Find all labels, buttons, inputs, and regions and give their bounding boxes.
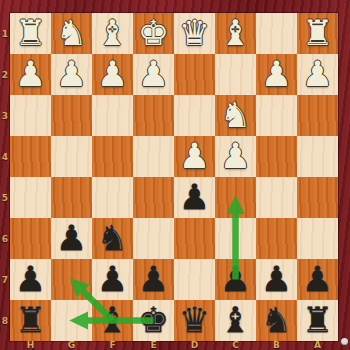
square-h5[interactable] bbox=[10, 177, 51, 218]
square-e1[interactable]: ♚ bbox=[133, 13, 174, 54]
piece-black-rook[interactable]: ♜ bbox=[15, 300, 46, 341]
file-label-f: F bbox=[109, 340, 115, 350]
square-g4[interactable] bbox=[51, 136, 92, 177]
file-label-a: A bbox=[314, 340, 321, 350]
square-e3[interactable] bbox=[133, 95, 174, 136]
file-label-h: H bbox=[27, 340, 35, 350]
square-c1[interactable]: ♝ bbox=[215, 13, 256, 54]
piece-black-pawn[interactable]: ♟ bbox=[56, 218, 87, 259]
rank-label-8: 8 bbox=[2, 316, 8, 326]
square-a4[interactable] bbox=[297, 136, 338, 177]
piece-black-pawn[interactable]: ♟ bbox=[179, 177, 210, 218]
piece-black-pawn[interactable]: ♟ bbox=[261, 259, 292, 300]
square-g6[interactable]: ♟ bbox=[51, 218, 92, 259]
file-label-g: G bbox=[68, 340, 75, 350]
piece-black-bishop[interactable]: ♝ bbox=[97, 300, 128, 341]
piece-black-pawn[interactable]: ♟ bbox=[15, 259, 46, 300]
corner-dot bbox=[341, 338, 348, 345]
square-h2[interactable]: ♟ bbox=[10, 54, 51, 95]
square-h1[interactable]: ♜ bbox=[10, 13, 51, 54]
square-h3[interactable] bbox=[10, 95, 51, 136]
square-d2[interactable] bbox=[174, 54, 215, 95]
square-a7[interactable]: ♟ bbox=[297, 259, 338, 300]
piece-white-knight[interactable]: ♞ bbox=[220, 95, 251, 136]
piece-black-pawn[interactable]: ♟ bbox=[220, 259, 251, 300]
piece-white-king[interactable]: ♚ bbox=[138, 13, 169, 54]
square-b3[interactable] bbox=[256, 95, 297, 136]
square-f7[interactable]: ♟ bbox=[92, 259, 133, 300]
piece-white-bishop[interactable]: ♝ bbox=[220, 13, 251, 54]
square-c4[interactable]: ♟ bbox=[215, 136, 256, 177]
rank-label-6: 6 bbox=[2, 234, 8, 244]
square-g5[interactable] bbox=[51, 177, 92, 218]
piece-black-pawn[interactable]: ♟ bbox=[138, 259, 169, 300]
square-h6[interactable] bbox=[10, 218, 51, 259]
piece-white-pawn[interactable]: ♟ bbox=[261, 54, 292, 95]
square-d8[interactable]: ♛ bbox=[174, 300, 215, 341]
piece-black-bishop[interactable]: ♝ bbox=[220, 300, 251, 341]
square-a5[interactable] bbox=[297, 177, 338, 218]
piece-white-pawn[interactable]: ♟ bbox=[220, 136, 251, 177]
square-a3[interactable] bbox=[297, 95, 338, 136]
piece-black-pawn[interactable]: ♟ bbox=[302, 259, 333, 300]
square-d4[interactable]: ♟ bbox=[174, 136, 215, 177]
piece-white-pawn[interactable]: ♟ bbox=[138, 54, 169, 95]
square-f3[interactable] bbox=[92, 95, 133, 136]
piece-black-knight[interactable]: ♞ bbox=[261, 300, 292, 341]
square-g8[interactable] bbox=[51, 300, 92, 341]
square-c7[interactable]: ♟ bbox=[215, 259, 256, 300]
piece-white-bishop[interactable]: ♝ bbox=[97, 13, 128, 54]
piece-white-pawn[interactable]: ♟ bbox=[302, 54, 333, 95]
square-a8[interactable]: ♜ bbox=[297, 300, 338, 341]
chess-board: ♜♞♝♚♛♝♜♟♟♟♟♟♟♞♟♟♟♟♞♟♟♟♟♟♟♜♝♚♛♝♞♜ bbox=[10, 13, 338, 341]
square-h4[interactable] bbox=[10, 136, 51, 177]
piece-white-rook[interactable]: ♜ bbox=[302, 13, 333, 54]
square-b2[interactable]: ♟ bbox=[256, 54, 297, 95]
square-f1[interactable]: ♝ bbox=[92, 13, 133, 54]
square-c6[interactable] bbox=[215, 218, 256, 259]
square-f2[interactable]: ♟ bbox=[92, 54, 133, 95]
file-label-c: C bbox=[232, 340, 239, 350]
square-g1[interactable]: ♞ bbox=[51, 13, 92, 54]
rank-label-1: 1 bbox=[2, 29, 8, 39]
square-b6[interactable] bbox=[256, 218, 297, 259]
rank-label-4: 4 bbox=[2, 152, 8, 162]
piece-white-pawn[interactable]: ♟ bbox=[97, 54, 128, 95]
square-g3[interactable] bbox=[51, 95, 92, 136]
square-d3[interactable] bbox=[174, 95, 215, 136]
square-b7[interactable]: ♟ bbox=[256, 259, 297, 300]
square-d5[interactable]: ♟ bbox=[174, 177, 215, 218]
rank-label-5: 5 bbox=[2, 193, 8, 203]
rank-label-3: 3 bbox=[2, 111, 8, 121]
square-d7[interactable] bbox=[174, 259, 215, 300]
piece-white-pawn[interactable]: ♟ bbox=[15, 54, 46, 95]
square-e2[interactable]: ♟ bbox=[133, 54, 174, 95]
square-f6[interactable]: ♞ bbox=[92, 218, 133, 259]
square-d1[interactable]: ♛ bbox=[174, 13, 215, 54]
piece-black-pawn[interactable]: ♟ bbox=[97, 259, 128, 300]
square-a1[interactable]: ♜ bbox=[297, 13, 338, 54]
piece-white-pawn[interactable]: ♟ bbox=[179, 136, 210, 177]
square-c5[interactable] bbox=[215, 177, 256, 218]
square-f4[interactable] bbox=[92, 136, 133, 177]
square-e6[interactable] bbox=[133, 218, 174, 259]
square-a2[interactable]: ♟ bbox=[297, 54, 338, 95]
piece-black-queen[interactable]: ♛ bbox=[179, 300, 210, 341]
square-e4[interactable] bbox=[133, 136, 174, 177]
square-c3[interactable]: ♞ bbox=[215, 95, 256, 136]
square-f5[interactable] bbox=[92, 177, 133, 218]
rank-label-7: 7 bbox=[2, 275, 8, 285]
piece-white-rook[interactable]: ♜ bbox=[15, 13, 46, 54]
file-label-e: E bbox=[150, 340, 156, 350]
square-f8[interactable]: ♝ bbox=[92, 300, 133, 341]
square-b4[interactable] bbox=[256, 136, 297, 177]
file-label-d: D bbox=[191, 340, 198, 350]
square-g7[interactable] bbox=[51, 259, 92, 300]
piece-white-pawn[interactable]: ♟ bbox=[56, 54, 87, 95]
piece-white-queen[interactable]: ♛ bbox=[179, 13, 210, 54]
square-e5[interactable] bbox=[133, 177, 174, 218]
square-b8[interactable]: ♞ bbox=[256, 300, 297, 341]
piece-white-knight[interactable]: ♞ bbox=[56, 13, 87, 54]
square-c8[interactable]: ♝ bbox=[215, 300, 256, 341]
square-e7[interactable]: ♟ bbox=[133, 259, 174, 300]
square-c2[interactable] bbox=[215, 54, 256, 95]
rank-label-2: 2 bbox=[2, 70, 8, 80]
file-label-b: B bbox=[273, 340, 280, 350]
square-h7[interactable]: ♟ bbox=[10, 259, 51, 300]
square-b5[interactable] bbox=[256, 177, 297, 218]
square-d6[interactable] bbox=[174, 218, 215, 259]
square-g2[interactable]: ♟ bbox=[51, 54, 92, 95]
board-frame: ♜♞♝♚♛♝♜♟♟♟♟♟♟♞♟♟♟♟♞♟♟♟♟♟♟♜♝♚♛♝♞♜ 1234567… bbox=[0, 0, 350, 350]
square-h8[interactable]: ♜ bbox=[10, 300, 51, 341]
piece-black-knight[interactable]: ♞ bbox=[97, 218, 128, 259]
square-b1[interactable] bbox=[256, 13, 297, 54]
square-a6[interactable] bbox=[297, 218, 338, 259]
square-e8[interactable]: ♚ bbox=[133, 300, 174, 341]
piece-black-king[interactable]: ♚ bbox=[138, 300, 169, 341]
piece-black-rook[interactable]: ♜ bbox=[302, 300, 333, 341]
